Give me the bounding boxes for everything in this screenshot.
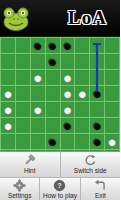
board-cell[interactable]: ●: [61, 70, 75, 85]
frog-app-icon: [2, 4, 30, 32]
board-cell[interactable]: [90, 102, 104, 117]
switch-side-button[interactable]: Switch side: [61, 152, 121, 178]
board-cell[interactable]: ●: [90, 134, 104, 149]
settings-label: Settings: [8, 193, 32, 200]
board-cell[interactable]: ●: [1, 118, 15, 133]
board-cell[interactable]: [1, 38, 15, 53]
board-cell[interactable]: ●: [46, 134, 60, 149]
board-cell[interactable]: [75, 102, 89, 117]
settings-button[interactable]: Settings: [0, 178, 40, 200]
board-cell[interactable]: ●: [31, 70, 45, 85]
how-to-play-label: How to play: [43, 193, 77, 200]
board-cell[interactable]: [16, 70, 30, 85]
white-piece[interactable]: ●: [3, 118, 12, 133]
board-cell[interactable]: [61, 54, 75, 69]
app-screen: LoA ●●●●●●●●●●●●●●●●●●● Hint: [0, 0, 120, 200]
hint-button[interactable]: Hint: [0, 152, 61, 178]
board-cell[interactable]: ●: [1, 86, 15, 101]
exit-label: Exit: [95, 193, 106, 200]
board-cell[interactable]: [75, 70, 89, 85]
board-cell[interactable]: ●: [75, 86, 89, 101]
board-cell[interactable]: ●: [31, 38, 45, 53]
gear-icon: [13, 179, 26, 192]
board-cell[interactable]: [46, 70, 60, 85]
black-piece[interactable]: ●: [48, 38, 57, 53]
white-piece[interactable]: ●: [63, 70, 72, 85]
board-cell[interactable]: ●: [31, 102, 45, 117]
board-cell[interactable]: [105, 102, 119, 117]
board-cell[interactable]: [16, 102, 30, 117]
white-piece[interactable]: ●: [3, 102, 12, 117]
board-cell[interactable]: [105, 86, 119, 101]
svg-text:?: ?: [58, 181, 63, 190]
white-piece[interactable]: ●: [3, 86, 12, 101]
how-to-play-button[interactable]: ? How to play: [40, 178, 80, 200]
hint-label: Hint: [24, 168, 36, 175]
hammer-icon: [23, 154, 37, 167]
menu-row-2: Settings ? How to play Exit: [0, 178, 120, 200]
board-cell[interactable]: ●: [46, 54, 60, 69]
white-piece[interactable]: ●: [33, 102, 42, 117]
board-cell[interactable]: [31, 134, 45, 149]
board-cell[interactable]: [75, 118, 89, 133]
board-cell[interactable]: ●: [105, 134, 119, 149]
board-cell[interactable]: [16, 54, 30, 69]
board-cell[interactable]: [46, 118, 60, 133]
loa-board[interactable]: ●●●●●●●●●●●●●●●●●●●: [0, 36, 120, 160]
white-piece[interactable]: ●: [33, 70, 42, 85]
board-cell[interactable]: [1, 70, 15, 85]
black-piece[interactable]: ●: [63, 118, 72, 133]
app-title: LoA: [68, 7, 107, 29]
white-piece[interactable]: ●: [63, 86, 72, 101]
board-cell[interactable]: ●: [1, 102, 15, 117]
board-cell[interactable]: [16, 134, 30, 149]
white-piece[interactable]: ●: [78, 86, 87, 101]
board-cell[interactable]: [46, 102, 60, 117]
options-menu: Hint Switch side: [0, 151, 120, 200]
last-move-arrow: [96, 44, 98, 91]
black-piece[interactable]: ●: [63, 38, 72, 53]
board-cell[interactable]: [31, 118, 45, 133]
board-cell[interactable]: [16, 118, 30, 133]
question-icon: ?: [53, 179, 66, 192]
white-piece[interactable]: ●: [63, 102, 72, 117]
board-cell[interactable]: [31, 54, 45, 69]
board-cell[interactable]: [105, 54, 119, 69]
black-piece[interactable]: ●: [93, 134, 102, 149]
board-cell[interactable]: [16, 86, 30, 101]
board-cell[interactable]: ●: [90, 118, 104, 133]
board-cell[interactable]: [75, 38, 89, 53]
board-cell[interactable]: [16, 38, 30, 53]
black-piece[interactable]: ●: [33, 38, 42, 53]
board-cell[interactable]: ●: [61, 118, 75, 133]
black-piece[interactable]: ●: [48, 54, 57, 69]
board-cell[interactable]: [75, 54, 89, 69]
white-piece[interactable]: ●: [108, 134, 117, 149]
board-cell[interactable]: [1, 54, 15, 69]
board-cell[interactable]: [61, 134, 75, 149]
board-cell[interactable]: [105, 70, 119, 85]
rotate-arrow-icon: [83, 154, 97, 167]
board-cell[interactable]: ●: [61, 38, 75, 53]
black-piece[interactable]: ●: [93, 118, 102, 133]
board-cell[interactable]: ●: [61, 102, 75, 117]
exit-button[interactable]: Exit: [81, 178, 120, 200]
menu-row-1: Hint Switch side: [0, 152, 120, 178]
switch-side-label: Switch side: [74, 168, 107, 175]
return-arrow-icon: [93, 179, 107, 192]
board-cell[interactable]: [31, 86, 45, 101]
board-cell[interactable]: ●: [61, 86, 75, 101]
board-cell[interactable]: [105, 118, 119, 133]
black-piece[interactable]: ●: [48, 134, 57, 149]
title-bar: LoA: [0, 0, 120, 36]
board-cell[interactable]: [1, 134, 15, 149]
board-cell[interactable]: [46, 86, 60, 101]
board-cell[interactable]: [75, 134, 89, 149]
board-cell[interactable]: [105, 38, 119, 53]
board-cell[interactable]: ●: [46, 38, 60, 53]
